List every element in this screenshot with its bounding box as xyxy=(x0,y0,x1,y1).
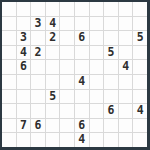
cell-r1-c1[interactable] xyxy=(17,17,31,31)
puzzle-board: 3432654256445647664 xyxy=(0,0,150,150)
cell-r8-c7[interactable] xyxy=(104,119,118,133)
cell-r0-c2[interactable] xyxy=(31,2,45,16)
cell-r4-c5[interactable] xyxy=(75,60,89,74)
cell-r9-c3[interactable] xyxy=(46,133,60,147)
cell-r3-c1[interactable]: 4 xyxy=(17,46,31,60)
cell-r0-c8[interactable] xyxy=(119,2,133,16)
clue-digit: 2 xyxy=(49,32,56,44)
cell-r5-c3[interactable] xyxy=(46,75,60,89)
cell-r4-c1[interactable]: 6 xyxy=(17,60,31,74)
clue-digit: 5 xyxy=(137,32,144,44)
cell-r4-c8[interactable]: 4 xyxy=(119,60,133,74)
cell-r7-c2[interactable] xyxy=(31,104,45,118)
clue-digit: 7 xyxy=(20,120,27,132)
cell-r4-c7[interactable] xyxy=(104,60,118,74)
clue-digit: 2 xyxy=(35,47,42,59)
cell-r6-c6[interactable] xyxy=(90,90,104,104)
cell-r7-c0[interactable] xyxy=(2,104,16,118)
cell-r9-c0[interactable] xyxy=(2,133,16,147)
clue-digit: 4 xyxy=(49,18,56,30)
cell-r1-c3[interactable]: 4 xyxy=(46,17,60,31)
cell-r4-c3[interactable] xyxy=(46,60,60,74)
cell-r2-c7[interactable] xyxy=(104,31,118,45)
cell-r3-c3[interactable] xyxy=(46,46,60,60)
clue-digit: 4 xyxy=(137,105,144,117)
cell-r7-c6[interactable] xyxy=(90,104,104,118)
cell-r7-c4[interactable] xyxy=(60,104,74,118)
cell-r8-c9[interactable] xyxy=(133,119,147,133)
cell-r6-c7[interactable] xyxy=(104,90,118,104)
cell-r8-c2[interactable]: 6 xyxy=(31,119,45,133)
clue-digit: 3 xyxy=(35,18,42,30)
cell-r5-c4[interactable] xyxy=(60,75,74,89)
clue-digit: 6 xyxy=(35,120,42,132)
clue-digit: 4 xyxy=(122,61,129,73)
cell-r0-c3[interactable] xyxy=(46,2,60,16)
cell-r5-c0[interactable] xyxy=(2,75,16,89)
cell-r2-c4[interactable] xyxy=(60,31,74,45)
cell-r8-c4[interactable] xyxy=(60,119,74,133)
cell-r8-c3[interactable] xyxy=(46,119,60,133)
cell-r5-c8[interactable] xyxy=(119,75,133,89)
cell-r2-c9[interactable]: 5 xyxy=(133,31,147,45)
cell-r9-c5[interactable]: 4 xyxy=(75,133,89,147)
cell-r6-c1[interactable] xyxy=(17,90,31,104)
cell-r6-c3[interactable]: 5 xyxy=(46,90,60,104)
cell-r7-c5[interactable] xyxy=(75,104,89,118)
cell-r2-c2[interactable] xyxy=(31,31,45,45)
cell-r8-c5[interactable]: 6 xyxy=(75,119,89,133)
cell-r1-c8[interactable] xyxy=(119,17,133,31)
cell-r1-c9[interactable] xyxy=(133,17,147,31)
cell-r7-c8[interactable] xyxy=(119,104,133,118)
cell-r3-c0[interactable] xyxy=(2,46,16,60)
cell-r6-c5[interactable] xyxy=(75,90,89,104)
clue-digit: 6 xyxy=(78,32,85,44)
cell-r9-c2[interactable] xyxy=(31,133,45,147)
cell-r5-c5[interactable]: 4 xyxy=(75,75,89,89)
clue-digit: 6 xyxy=(108,105,115,117)
cell-r6-c9[interactable] xyxy=(133,90,147,104)
cell-r5-c7[interactable] xyxy=(104,75,118,89)
cell-r0-c4[interactable] xyxy=(60,2,74,16)
cell-r1-c2[interactable]: 3 xyxy=(31,17,45,31)
cell-r3-c6[interactable] xyxy=(90,46,104,60)
clue-digit: 4 xyxy=(78,76,85,88)
cell-r3-c8[interactable] xyxy=(119,46,133,60)
cell-r3-c2[interactable]: 2 xyxy=(31,46,45,60)
cell-r9-c1[interactable] xyxy=(17,133,31,147)
cell-r5-c6[interactable] xyxy=(90,75,104,89)
cell-r9-c6[interactable] xyxy=(90,133,104,147)
cell-r8-c1[interactable]: 7 xyxy=(17,119,31,133)
cell-r9-c8[interactable] xyxy=(119,133,133,147)
clue-digit: 6 xyxy=(78,120,85,132)
cell-r1-c7[interactable] xyxy=(104,17,118,31)
cell-r9-c9[interactable] xyxy=(133,133,147,147)
cell-r2-c3[interactable]: 2 xyxy=(46,31,60,45)
clue-digit: 3 xyxy=(20,32,27,44)
cell-r5-c2[interactable] xyxy=(31,75,45,89)
cell-r3-c7[interactable]: 5 xyxy=(104,46,118,60)
cell-r1-c4[interactable] xyxy=(60,17,74,31)
cell-r6-c0[interactable] xyxy=(2,90,16,104)
cell-r2-c1[interactable]: 3 xyxy=(17,31,31,45)
clue-digit: 4 xyxy=(20,47,27,59)
clue-digit: 5 xyxy=(49,91,56,103)
clue-digit: 6 xyxy=(20,61,27,73)
cell-r4-c2[interactable] xyxy=(31,60,45,74)
cell-r9-c4[interactable] xyxy=(60,133,74,147)
cell-r2-c0[interactable] xyxy=(2,31,16,45)
cell-r7-c7[interactable]: 6 xyxy=(104,104,118,118)
cell-r0-c5[interactable] xyxy=(75,2,89,16)
cell-r3-c9[interactable] xyxy=(133,46,147,60)
clue-digit: 4 xyxy=(78,134,85,146)
cell-r6-c8[interactable] xyxy=(119,90,133,104)
cell-r6-c2[interactable] xyxy=(31,90,45,104)
cell-r0-c0[interactable] xyxy=(2,2,16,16)
cell-r0-c7[interactable] xyxy=(104,2,118,16)
cell-r0-c9[interactable] xyxy=(133,2,147,16)
cell-r4-c0[interactable] xyxy=(2,60,16,74)
cell-r8-c8[interactable] xyxy=(119,119,133,133)
cell-r9-c7[interactable] xyxy=(104,133,118,147)
cell-r0-c6[interactable] xyxy=(90,2,104,16)
clue-digit: 5 xyxy=(108,47,115,59)
cell-r3-c5[interactable] xyxy=(75,46,89,60)
cell-r7-c9[interactable]: 4 xyxy=(133,104,147,118)
cell-r1-c0[interactable] xyxy=(2,17,16,31)
cell-r2-c8[interactable] xyxy=(119,31,133,45)
cell-r6-c4[interactable] xyxy=(60,90,74,104)
cell-r4-c9[interactable] xyxy=(133,60,147,74)
cell-r8-c6[interactable] xyxy=(90,119,104,133)
cell-r1-c6[interactable] xyxy=(90,17,104,31)
cell-r2-c6[interactable] xyxy=(90,31,104,45)
cell-r5-c9[interactable] xyxy=(133,75,147,89)
cell-r5-c1[interactable] xyxy=(17,75,31,89)
cell-r3-c4[interactable] xyxy=(60,46,74,60)
cell-r2-c5[interactable]: 6 xyxy=(75,31,89,45)
cell-r7-c3[interactable] xyxy=(46,104,60,118)
cell-r8-c0[interactable] xyxy=(2,119,16,133)
cell-r0-c1[interactable] xyxy=(17,2,31,16)
cell-r4-c4[interactable] xyxy=(60,60,74,74)
cell-r1-c5[interactable] xyxy=(75,17,89,31)
cell-r4-c6[interactable] xyxy=(90,60,104,74)
cell-r7-c1[interactable] xyxy=(17,104,31,118)
